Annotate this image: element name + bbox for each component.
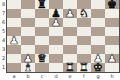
- file-label-c: c: [35, 72, 49, 80]
- rank-label-1: 1: [0, 63, 7, 72]
- square-c4[interactable]: [35, 36, 49, 45]
- square-f3[interactable]: [77, 45, 91, 54]
- square-h7[interactable]: [105, 9, 119, 18]
- square-d1[interactable]: [49, 63, 63, 72]
- square-c5[interactable]: [35, 27, 49, 36]
- square-g7[interactable]: [91, 9, 105, 18]
- square-f4[interactable]: [77, 36, 91, 45]
- rank-label-3: 3: [0, 45, 7, 54]
- file-label-d: d: [49, 72, 63, 80]
- square-h6[interactable]: [105, 18, 119, 27]
- square-h5[interactable]: [105, 27, 119, 36]
- square-a3[interactable]: [7, 45, 21, 54]
- square-a4[interactable]: ♟: [7, 36, 21, 45]
- square-d4[interactable]: [49, 36, 63, 45]
- square-e6[interactable]: [63, 18, 77, 27]
- square-h8[interactable]: ♚: [105, 0, 119, 9]
- square-c2[interactable]: ♛: [35, 54, 49, 63]
- square-g5[interactable]: [91, 27, 105, 36]
- square-e1[interactable]: ♜: [63, 63, 77, 72]
- rank-label-7: 7: [0, 9, 7, 18]
- square-a6[interactable]: [7, 18, 21, 27]
- chess-board[interactable]: ♜♚♟♟♞♟♟♟♛♟♟♝♜♜♚: [7, 0, 119, 72]
- square-d6[interactable]: ♟: [49, 18, 63, 27]
- square-b4[interactable]: [21, 36, 35, 45]
- square-c8[interactable]: ♜: [35, 0, 49, 9]
- square-h2[interactable]: ♟: [105, 54, 119, 63]
- square-a7[interactable]: [7, 9, 21, 18]
- square-c7[interactable]: [35, 9, 49, 18]
- square-a8[interactable]: [7, 0, 21, 9]
- square-g1[interactable]: ♚: [91, 63, 105, 72]
- square-c1[interactable]: [35, 63, 49, 72]
- rank-label-8: 8: [0, 0, 7, 9]
- file-label-f: f: [77, 72, 91, 80]
- file-label-a: a: [7, 72, 21, 80]
- square-e3[interactable]: [63, 45, 77, 54]
- rank-labels: 87654321: [0, 0, 7, 72]
- square-f6[interactable]: [77, 18, 91, 27]
- square-g4[interactable]: [91, 36, 105, 45]
- square-d5[interactable]: [49, 27, 63, 36]
- square-e7[interactable]: ♟: [63, 9, 77, 18]
- square-g6[interactable]: [91, 18, 105, 27]
- square-e5[interactable]: [63, 27, 77, 36]
- chess-diagram: 87654321 ♜♚♟♟♞♟♟♟♛♟♟♝♜♜♚ abcdefgh: [0, 0, 120, 80]
- square-b5[interactable]: [21, 27, 35, 36]
- square-d3[interactable]: [49, 45, 63, 54]
- rank-label-5: 5: [0, 27, 7, 36]
- square-d2[interactable]: [49, 54, 63, 63]
- file-label-e: e: [63, 72, 77, 80]
- rank-label-2: 2: [0, 54, 7, 63]
- square-b8[interactable]: [21, 0, 35, 9]
- square-f7[interactable]: ♞: [77, 9, 91, 18]
- file-label-h: h: [105, 72, 119, 80]
- square-h1[interactable]: [105, 63, 119, 72]
- square-a1[interactable]: [7, 63, 21, 72]
- rank-label-6: 6: [0, 18, 7, 27]
- file-labels: abcdefgh: [7, 72, 119, 80]
- square-c6[interactable]: [35, 18, 49, 27]
- square-e4[interactable]: [63, 36, 77, 45]
- square-g8[interactable]: [91, 0, 105, 9]
- rank-label-4: 4: [0, 36, 7, 45]
- square-h4[interactable]: [105, 36, 119, 45]
- square-b1[interactable]: ♝: [21, 63, 35, 72]
- square-f1[interactable]: ♜: [77, 63, 91, 72]
- file-label-b: b: [21, 72, 35, 80]
- square-a2[interactable]: [7, 54, 21, 63]
- file-label-g: g: [91, 72, 105, 80]
- square-b7[interactable]: [21, 9, 35, 18]
- square-b6[interactable]: [21, 18, 35, 27]
- square-f5[interactable]: [77, 27, 91, 36]
